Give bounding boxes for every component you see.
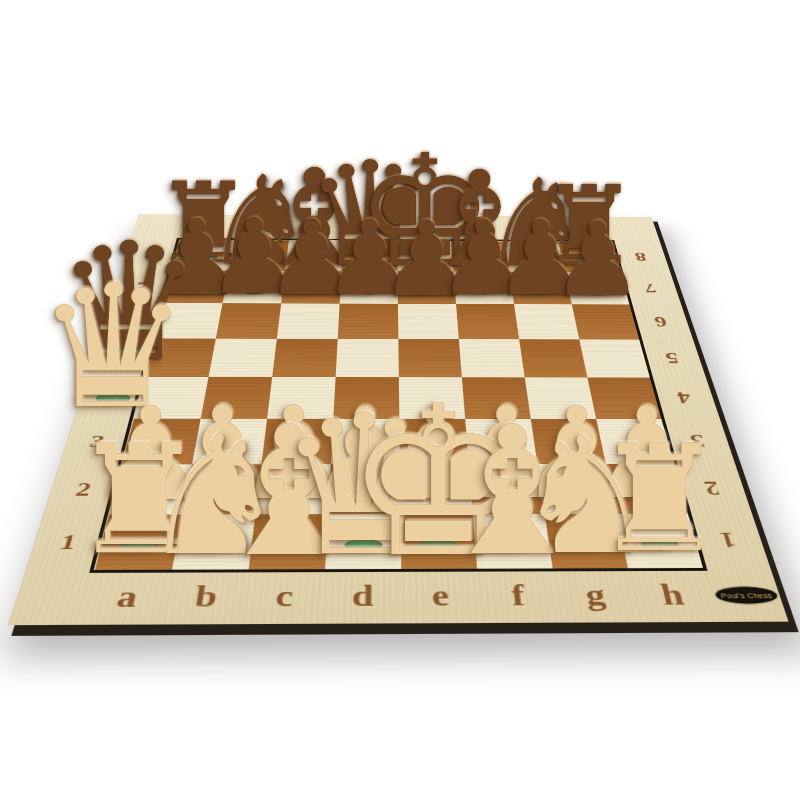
chess-pieces-layer: ♜♞♝♛♚♝♞♜♟♟♟♟♟♟♟♟♟♟♟♟♟♟♟♟♜♞♝♛♚♝♞♜♛♛ xyxy=(0,0,800,800)
brand-logo: Poul's Chess xyxy=(713,587,780,604)
piece-black-pawn-h7[interactable]: ♟ xyxy=(551,209,643,311)
rank-label-right-7: 7 xyxy=(643,282,658,295)
rank-label-right-6: 6 xyxy=(653,315,669,329)
chess-set-photo: 1122334455667788abcdefgh Poul's Chess ♜♞… xyxy=(0,0,800,800)
rank-label-right-5: 5 xyxy=(664,351,681,366)
piece-white-rook-h1[interactable]: ♜ xyxy=(594,427,726,574)
brand-logo-text: Poul's Chess xyxy=(720,592,773,599)
